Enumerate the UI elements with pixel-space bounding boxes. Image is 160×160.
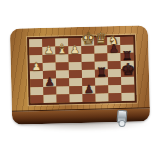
piece-black-pawn-g7: ♟ bbox=[107, 43, 120, 54]
clasp-latch-icon bbox=[117, 110, 128, 124]
square-d1 bbox=[69, 94, 82, 102]
square-g1 bbox=[108, 93, 121, 101]
square-a1 bbox=[30, 95, 43, 103]
piece-black-king-h4: ♚ bbox=[121, 62, 134, 78]
square-c1 bbox=[56, 94, 69, 102]
piece-black-pawn-e2: ♟ bbox=[82, 84, 95, 95]
square-f1 bbox=[95, 93, 108, 101]
piece-black-rook-f4: ♜ bbox=[95, 66, 108, 78]
square-h1 bbox=[121, 93, 134, 101]
piece-white-pawn-a5: ♟ bbox=[30, 61, 43, 72]
product-photo: ♚♛♞♟♝♟♟♜♟♜♚♟♟ bbox=[0, 0, 160, 160]
piece-white-queen-f8: ♛ bbox=[94, 31, 107, 46]
piece-white-king-e8: ♚ bbox=[81, 31, 94, 47]
piece-white-bishop-c7: ♝ bbox=[55, 42, 68, 55]
chess-case: ♚♛♞♟♝♟♟♜♟♜♚♟♟ bbox=[10, 25, 150, 124]
square-b1 bbox=[43, 95, 56, 103]
piece-black-pawn-b3: ♟ bbox=[43, 77, 56, 88]
chess-board: ♚♛♞♟♝♟♟♜♟♜♚♟♟ bbox=[27, 35, 137, 106]
piece-white-pawn-d7: ♟ bbox=[68, 44, 81, 55]
piece-white-pawn-b7: ♟ bbox=[42, 45, 55, 56]
